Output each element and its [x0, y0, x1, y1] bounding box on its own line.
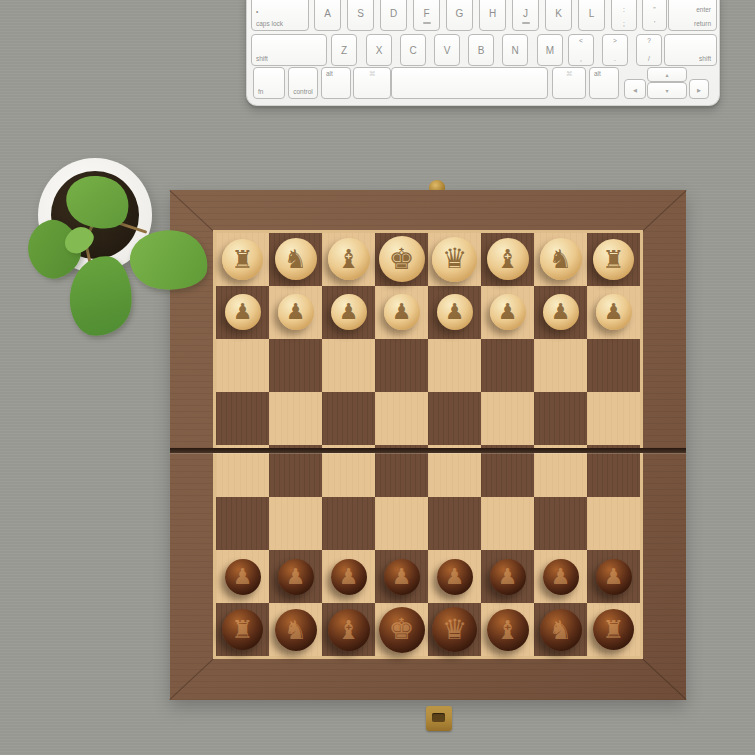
piece-black-king[interactable]: ♚ [379, 607, 425, 653]
piece-black-pawn[interactable]: ♟ [331, 559, 367, 595]
piece-white-pawn[interactable]: ♟ [596, 294, 632, 330]
key-label: ▼ [651, 84, 683, 97]
key-label: ◀ [627, 81, 644, 96]
piece-white-bishop[interactable]: ♝ [487, 238, 529, 280]
key-b[interactable]: B [468, 34, 494, 66]
piece-white-pawn[interactable]: ♟ [225, 294, 261, 330]
key-label: ▶ [691, 81, 706, 96]
key-label: ' [643, 20, 666, 27]
key-alt-right[interactable]: alt [589, 67, 619, 99]
key-label: / [637, 55, 661, 62]
key-j[interactable]: J [512, 0, 539, 31]
key-label: F [414, 0, 439, 30]
frame-miter-line [169, 190, 215, 233]
key-label: ▲ [651, 69, 683, 80]
key-d[interactable]: D [380, 0, 407, 31]
pieces-layer: ♜♞♝♚♛♝♞♜♟♟♟♟♟♟♟♟♟♟♟♟♟♟♟♟♜♞♝♚♛♝♞♜ [216, 233, 640, 656]
piece-white-pawn[interactable]: ♟ [331, 294, 367, 330]
pawn-icon: ♟ [498, 566, 518, 588]
piece-black-bishop[interactable]: ♝ [328, 609, 370, 651]
key-label: J [513, 0, 538, 30]
knight-icon: ♞ [549, 246, 572, 272]
piece-white-pawn[interactable]: ♟ [384, 294, 420, 330]
king-icon: ♚ [389, 615, 415, 644]
key-arrow-right[interactable]: ▶ [689, 79, 709, 99]
key-label: fn [258, 88, 263, 95]
key-label: • [256, 8, 258, 15]
key-label: ⌘ [553, 70, 585, 78]
pawn-icon: ♟ [339, 566, 359, 588]
bishop-icon: ♝ [337, 246, 360, 272]
brass-clasp-latch [426, 706, 452, 731]
piece-black-pawn[interactable]: ♟ [596, 559, 632, 595]
pawn-icon: ♟ [286, 566, 306, 588]
key-k[interactable]: K [545, 0, 572, 31]
key-label: A [315, 0, 340, 30]
piece-white-bishop[interactable]: ♝ [328, 238, 370, 280]
home-row-bar [423, 22, 431, 24]
key-label: shift [256, 55, 268, 62]
piece-black-rook[interactable]: ♜ [222, 609, 263, 650]
key-alt-left[interactable]: alt [321, 67, 351, 99]
key-label: > [603, 37, 627, 44]
key-label: ⌘ [354, 70, 390, 78]
piece-black-queen[interactable]: ♛ [432, 607, 477, 652]
pawn-icon: ♟ [551, 301, 571, 323]
pawn-icon: ♟ [445, 566, 465, 588]
key-c[interactable]: C [400, 34, 426, 66]
home-row-bar [522, 22, 530, 24]
bishop-icon: ♝ [496, 246, 519, 272]
apple-keyboard: •caps lockASDFGHJKL:;"'enterreturnshiftZ… [246, 0, 720, 106]
pawn-icon: ♟ [604, 566, 624, 588]
key-quote[interactable]: "' [642, 0, 667, 31]
key-z[interactable]: Z [331, 34, 357, 66]
piece-white-knight[interactable]: ♞ [540, 238, 582, 280]
key-g[interactable]: G [446, 0, 473, 31]
knight-icon: ♞ [284, 246, 307, 272]
pawn-icon: ♟ [392, 566, 412, 588]
key-label: " [643, 6, 666, 13]
key-l[interactable]: L [578, 0, 605, 31]
key-label: ? [637, 37, 661, 44]
key-label: X [367, 35, 391, 65]
key-comma[interactable]: <, [568, 34, 594, 66]
frame-miter-line [641, 657, 687, 700]
piece-black-knight[interactable]: ♞ [275, 609, 317, 651]
pawn-icon: ♟ [445, 301, 465, 323]
key-label: shift [699, 55, 711, 62]
key-h[interactable]: H [479, 0, 506, 31]
key-x[interactable]: X [366, 34, 392, 66]
key-semicolon[interactable]: :; [611, 0, 637, 31]
key-label: ; [612, 20, 636, 27]
key-control[interactable]: control [288, 67, 318, 99]
knight-icon: ♞ [549, 617, 572, 643]
piece-black-pawn[interactable]: ♟ [278, 559, 314, 595]
piece-white-pawn[interactable]: ♟ [278, 294, 314, 330]
chess-board: ♜♞♝♚♛♝♞♜♟♟♟♟♟♟♟♟♟♟♟♟♟♟♟♟♜♞♝♚♛♝♞♜ [170, 190, 686, 700]
key-arrow-left[interactable]: ◀ [624, 79, 646, 99]
key-slash[interactable]: ?/ [636, 34, 662, 66]
piece-black-knight[interactable]: ♞ [540, 609, 582, 651]
key-cmd-left[interactable]: ⌘ [353, 67, 391, 99]
piece-white-knight[interactable]: ♞ [275, 238, 317, 280]
piece-black-pawn[interactable]: ♟ [543, 559, 579, 595]
rook-icon: ♜ [231, 617, 253, 642]
key-label: S [348, 0, 373, 30]
piece-white-pawn[interactable]: ♟ [543, 294, 579, 330]
clasp-hole [432, 713, 445, 722]
key-s[interactable]: S [347, 0, 374, 31]
key-label: < [569, 37, 593, 44]
key-label: M [538, 35, 562, 65]
key-label: C [401, 35, 425, 65]
piece-white-pawn[interactable]: ♟ [490, 294, 526, 330]
key-fn[interactable]: fn [253, 67, 285, 99]
rook-icon: ♜ [602, 247, 624, 272]
rook-icon: ♜ [231, 247, 253, 272]
key-period[interactable]: >. [602, 34, 628, 66]
key-v[interactable]: V [434, 34, 460, 66]
key-a[interactable]: A [314, 0, 341, 31]
piece-black-rook[interactable]: ♜ [593, 609, 634, 650]
key-m[interactable]: M [537, 34, 563, 66]
piece-black-pawn[interactable]: ♟ [384, 559, 420, 595]
bishop-icon: ♝ [337, 617, 360, 643]
knight-icon: ♞ [284, 617, 307, 643]
key-label: alt [326, 70, 333, 77]
key-n[interactable]: N [502, 34, 528, 66]
key-label: V [435, 35, 459, 65]
key-label: B [469, 35, 493, 65]
key-label: caps lock [256, 20, 283, 27]
key-label: G [447, 0, 472, 30]
frame-miter-line [641, 190, 687, 233]
key-label: L [579, 0, 604, 30]
pawn-icon: ♟ [551, 566, 571, 588]
pawn-icon: ♟ [392, 301, 412, 323]
key-label: Z [332, 35, 356, 65]
key-label: : [612, 6, 636, 13]
key-label: enter [696, 6, 711, 13]
pawn-icon: ♟ [498, 301, 518, 323]
piece-black-bishop[interactable]: ♝ [487, 609, 529, 651]
key-label: K [546, 0, 571, 30]
pawn-icon: ♟ [339, 301, 359, 323]
key-arrow-down[interactable]: ▼ [647, 82, 687, 99]
key-return[interactable]: enterreturn [668, 0, 717, 31]
key-shift-right[interactable]: shift [664, 34, 717, 66]
queen-icon: ♛ [442, 616, 467, 644]
key-caps-lock[interactable]: •caps lock [251, 0, 309, 31]
key-label: N [503, 35, 527, 65]
key-label: D [381, 0, 406, 30]
board-fold-seam [170, 448, 686, 453]
bishop-icon: ♝ [496, 617, 519, 643]
key-cmd-right[interactable]: ⌘ [552, 67, 586, 99]
key-arrow-up[interactable]: ▲ [647, 67, 687, 82]
frame-miter-line [169, 657, 215, 700]
piece-white-rook[interactable]: ♜ [593, 239, 634, 280]
piece-white-rook[interactable]: ♜ [222, 239, 263, 280]
key-shift-left[interactable]: shift [251, 34, 327, 66]
piece-black-pawn[interactable]: ♟ [490, 559, 526, 595]
key-label: control [289, 88, 317, 95]
rook-icon: ♜ [602, 617, 624, 642]
pawn-icon: ♟ [286, 301, 306, 323]
queen-icon: ♛ [442, 245, 467, 273]
king-icon: ♚ [389, 245, 415, 274]
key-space[interactable] [391, 67, 548, 99]
key-label: alt [594, 70, 601, 77]
pawn-icon: ♟ [233, 301, 253, 323]
piece-white-pawn[interactable]: ♟ [437, 294, 473, 330]
piece-black-pawn[interactable]: ♟ [225, 559, 261, 595]
piece-white-queen[interactable]: ♛ [432, 237, 477, 282]
pawn-icon: ♟ [233, 566, 253, 588]
key-label: return [694, 20, 711, 27]
key-f[interactable]: F [413, 0, 440, 31]
piece-black-pawn[interactable]: ♟ [437, 559, 473, 595]
pawn-icon: ♟ [604, 301, 624, 323]
key-label: , [569, 55, 593, 62]
piece-white-king[interactable]: ♚ [379, 236, 425, 282]
key-label: H [480, 0, 505, 30]
key-label: . [603, 55, 627, 62]
